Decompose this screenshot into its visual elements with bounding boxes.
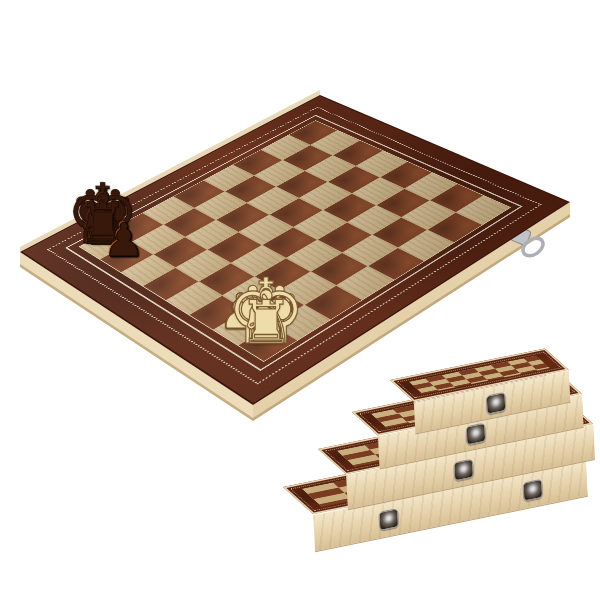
clasp-icon xyxy=(523,479,544,502)
box-stack xyxy=(0,0,600,600)
clasp-icon xyxy=(486,391,507,414)
chess-set-product-photo: ♜♞♝♛♚♝♞♜♟♟♟♟♟♟♟♟♟♟♟♟♟♟♟♟♜♞♝♛♚♝♞♜ xyxy=(0,0,600,600)
clasp-icon xyxy=(379,508,400,531)
clasp-icon xyxy=(454,458,475,481)
clasp-icon xyxy=(465,423,486,446)
